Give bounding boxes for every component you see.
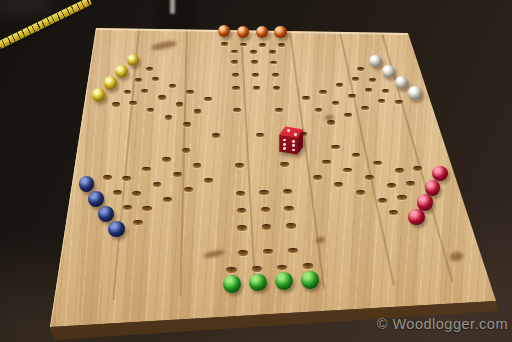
board-hole[interactable]: [387, 183, 396, 188]
board-hole[interactable]: [236, 191, 245, 196]
scene: © Woodlogger.com: [0, 0, 512, 342]
board-hole[interactable]: [286, 223, 296, 228]
die[interactable]: [279, 126, 303, 155]
board-hole[interactable]: [313, 175, 322, 180]
board-hole[interactable]: [226, 267, 236, 273]
board-hole[interactable]: [235, 163, 244, 168]
board-hole[interactable]: [361, 106, 369, 110]
board-hole[interactable]: [259, 43, 266, 47]
board-hole[interactable]: [237, 208, 246, 213]
die-pip-front: [292, 140, 295, 143]
background-object: [160, 0, 196, 28]
board-hole[interactable]: [182, 148, 190, 153]
board-hole[interactable]: [378, 198, 387, 203]
green-marble[interactable]: [249, 274, 267, 292]
red-marble[interactable]: [408, 209, 424, 225]
blue-marble[interactable]: [88, 191, 104, 207]
board-hole[interactable]: [406, 181, 415, 186]
board-hole[interactable]: [158, 95, 166, 99]
board-hole[interactable]: [319, 90, 326, 94]
board-hole[interactable]: [153, 182, 162, 187]
board-hole[interactable]: [133, 220, 142, 225]
background-object-highlight: [170, 0, 175, 14]
board-hole[interactable]: [152, 77, 159, 81]
board-hole[interactable]: [176, 102, 184, 106]
blue-marble[interactable]: [79, 176, 94, 191]
green-marble[interactable]: [301, 271, 319, 289]
board-hole[interactable]: [232, 86, 239, 90]
board-hole[interactable]: [253, 86, 260, 90]
green-marble[interactable]: [275, 272, 293, 290]
board-hole[interactable]: [237, 225, 247, 230]
board-hole[interactable]: [113, 190, 122, 195]
die-pip-front: [292, 144, 295, 147]
board-hole[interactable]: [194, 109, 202, 113]
board-hole[interactable]: [193, 163, 202, 168]
board-hole[interactable]: [204, 178, 213, 183]
green-marble[interactable]: [223, 275, 241, 293]
board-hole[interactable]: [256, 133, 264, 138]
orange-marble[interactable]: [274, 26, 286, 38]
board-hole[interactable]: [259, 190, 268, 195]
board-hole[interactable]: [204, 97, 212, 101]
board-hole[interactable]: [250, 50, 257, 54]
board-hole[interactable]: [262, 224, 272, 229]
background-smudge: [0, 0, 52, 16]
board-hole[interactable]: [169, 84, 176, 88]
white-marble[interactable]: [408, 86, 422, 100]
board-hole[interactable]: [272, 73, 279, 77]
board-hole[interactable]: [352, 77, 359, 81]
board-hole[interactable]: [221, 42, 228, 46]
orange-marble[interactable]: [237, 26, 249, 38]
die-pip-front: [283, 143, 286, 146]
board-hole[interactable]: [183, 122, 191, 126]
board-hole[interactable]: [269, 50, 276, 54]
board-hole[interactable]: [122, 176, 131, 181]
board-hole[interactable]: [365, 88, 372, 92]
board-hole[interactable]: [173, 172, 182, 177]
board-hole[interactable]: [129, 101, 137, 105]
board-hole[interactable]: [165, 115, 173, 119]
board-hole[interactable]: [252, 73, 259, 77]
white-marble[interactable]: [382, 65, 395, 78]
board-hole[interactable]: [280, 162, 289, 167]
board-hole[interactable]: [238, 250, 248, 256]
board-hole[interactable]: [103, 175, 112, 180]
board-hole[interactable]: [141, 89, 148, 93]
board-hole[interactable]: [163, 197, 172, 202]
board-hole[interactable]: [162, 157, 171, 162]
board-hole[interactable]: [357, 67, 364, 71]
board-hole[interactable]: [146, 67, 153, 71]
board-hole[interactable]: [112, 102, 120, 106]
board-hole[interactable]: [278, 43, 285, 47]
red-marble[interactable]: [417, 194, 433, 210]
die-pip-top: [287, 129, 290, 132]
board-hole[interactable]: [252, 266, 262, 272]
board-hole[interactable]: [232, 73, 239, 77]
board-hole[interactable]: [303, 263, 313, 269]
board-hole[interactable]: [327, 120, 335, 124]
blue-marble[interactable]: [108, 221, 124, 237]
board-hole[interactable]: [378, 99, 386, 103]
orange-marble[interactable]: [256, 26, 268, 38]
yellow-marble[interactable]: [92, 88, 106, 102]
watermark: © Woodlogger.com: [377, 316, 508, 332]
white-marble[interactable]: [395, 76, 408, 89]
board-hole[interactable]: [275, 108, 283, 112]
board-hole[interactable]: [142, 206, 151, 211]
red-marble[interactable]: [432, 166, 447, 181]
yellow-marble[interactable]: [104, 76, 117, 89]
